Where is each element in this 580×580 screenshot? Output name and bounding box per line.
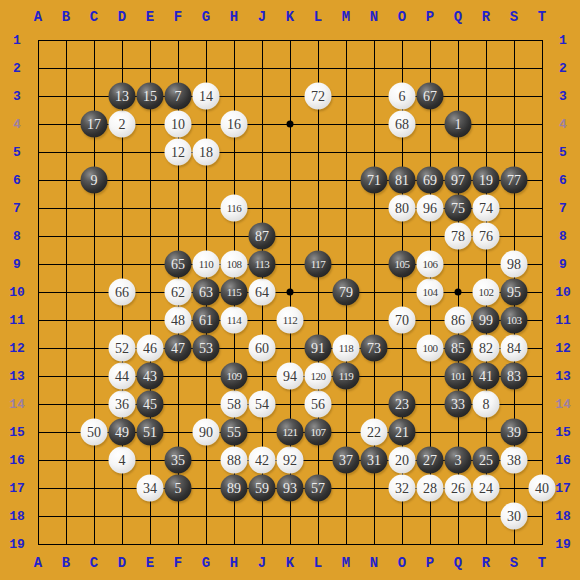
stone-black-101-Q13: 101 bbox=[445, 363, 472, 390]
stone-white-2-D4: 2 bbox=[109, 111, 136, 138]
stone-black-23-O14: 23 bbox=[389, 391, 416, 418]
col-label-bottom-P: P bbox=[426, 555, 434, 571]
stone-white-120-L13: 120 bbox=[305, 363, 332, 390]
stone-white-82-R12: 82 bbox=[473, 335, 500, 362]
row-label-right-12: 12 bbox=[555, 341, 571, 356]
col-label-top-L: L bbox=[314, 9, 322, 25]
row-label-right-14: 14 bbox=[555, 397, 571, 412]
col-label-top-R: R bbox=[482, 9, 490, 25]
stone-white-68-O4: 68 bbox=[389, 111, 416, 138]
stone-white-102-R10: 102 bbox=[473, 279, 500, 306]
col-label-bottom-E: E bbox=[146, 555, 154, 571]
stone-white-22-N15: 22 bbox=[361, 419, 388, 446]
row-label-left-9: 9 bbox=[13, 257, 21, 272]
row-label-left-6: 6 bbox=[13, 173, 21, 188]
stone-white-80-O7: 80 bbox=[389, 195, 416, 222]
stone-black-45-E14: 45 bbox=[137, 391, 164, 418]
stone-black-61-G11: 61 bbox=[193, 307, 220, 334]
go-board[interactable]: AABBCCDDEEFFGGHHJJKKLLMMNNOOPPQQRRSSTT11… bbox=[0, 0, 580, 580]
col-label-top-D: D bbox=[118, 9, 126, 25]
row-label-left-12: 12 bbox=[9, 341, 25, 356]
row-label-right-2: 2 bbox=[559, 61, 567, 76]
stone-white-32-O17: 32 bbox=[389, 475, 416, 502]
stone-black-79-M10: 79 bbox=[333, 279, 360, 306]
stone-black-69-P6: 69 bbox=[417, 167, 444, 194]
stone-white-116-H7: 116 bbox=[221, 195, 248, 222]
stone-white-56-L14: 56 bbox=[305, 391, 332, 418]
stone-white-90-G15: 90 bbox=[193, 419, 220, 446]
stone-black-25-R16: 25 bbox=[473, 447, 500, 474]
stone-black-99-R11: 99 bbox=[473, 307, 500, 334]
stone-black-71-N6: 71 bbox=[361, 167, 388, 194]
stone-white-66-D10: 66 bbox=[109, 279, 136, 306]
stone-white-106-P9: 106 bbox=[417, 251, 444, 278]
stone-black-103-S11: 103 bbox=[501, 307, 528, 334]
col-label-bottom-T: T bbox=[538, 555, 546, 571]
stone-black-97-Q6: 97 bbox=[445, 167, 472, 194]
stone-white-72-L3: 72 bbox=[305, 83, 332, 110]
stone-white-114-H11: 114 bbox=[221, 307, 248, 334]
stone-black-41-R13: 41 bbox=[473, 363, 500, 390]
stone-black-5-F17: 5 bbox=[165, 475, 192, 502]
stone-white-118-M12: 118 bbox=[333, 335, 360, 362]
stone-black-55-H15: 55 bbox=[221, 419, 248, 446]
stone-white-24-R17: 24 bbox=[473, 475, 500, 502]
stone-black-93-K17: 93 bbox=[277, 475, 304, 502]
stone-black-39-S15: 39 bbox=[501, 419, 528, 446]
stone-black-7-F3: 7 bbox=[165, 83, 192, 110]
col-label-bottom-O: O bbox=[398, 555, 406, 571]
row-label-right-13: 13 bbox=[555, 369, 571, 384]
stone-black-105-O9: 105 bbox=[389, 251, 416, 278]
stone-black-47-F12: 47 bbox=[165, 335, 192, 362]
col-label-top-C: C bbox=[90, 9, 98, 25]
col-label-bottom-J: J bbox=[258, 555, 266, 571]
stone-white-78-Q8: 78 bbox=[445, 223, 472, 250]
row-label-left-13: 13 bbox=[9, 369, 25, 384]
col-label-top-Q: Q bbox=[454, 9, 462, 25]
row-label-right-18: 18 bbox=[555, 509, 571, 524]
row-label-right-1: 1 bbox=[559, 33, 567, 48]
stone-black-31-N16: 31 bbox=[361, 447, 388, 474]
stone-black-115-H10: 115 bbox=[221, 279, 248, 306]
col-label-bottom-M: M bbox=[342, 555, 350, 571]
stone-black-119-M13: 119 bbox=[333, 363, 360, 390]
stone-black-15-E3: 15 bbox=[137, 83, 164, 110]
stone-white-18-G5: 18 bbox=[193, 139, 220, 166]
stone-black-87-J8: 87 bbox=[249, 223, 276, 250]
stone-black-83-S13: 83 bbox=[501, 363, 528, 390]
col-label-bottom-F: F bbox=[174, 555, 182, 571]
stone-white-88-H16: 88 bbox=[221, 447, 248, 474]
stone-black-51-E15: 51 bbox=[137, 419, 164, 446]
stone-white-100-P12: 100 bbox=[417, 335, 444, 362]
col-label-top-F: F bbox=[174, 9, 182, 25]
stone-black-89-H17: 89 bbox=[221, 475, 248, 502]
col-label-bottom-C: C bbox=[90, 555, 98, 571]
star-point-K4 bbox=[287, 121, 294, 128]
row-label-right-19: 19 bbox=[555, 537, 571, 552]
stone-white-6-O3: 6 bbox=[389, 83, 416, 110]
row-label-right-11: 11 bbox=[555, 313, 571, 328]
col-label-bottom-D: D bbox=[118, 555, 126, 571]
row-label-right-17: 17 bbox=[555, 481, 571, 496]
row-label-right-5: 5 bbox=[559, 145, 567, 160]
col-label-top-E: E bbox=[146, 9, 154, 25]
row-label-left-19: 19 bbox=[9, 537, 25, 552]
stone-white-84-S12: 84 bbox=[501, 335, 528, 362]
col-label-bottom-R: R bbox=[482, 555, 490, 571]
col-label-top-O: O bbox=[398, 9, 406, 25]
col-label-top-B: B bbox=[62, 9, 70, 25]
col-label-bottom-B: B bbox=[62, 555, 70, 571]
col-label-top-J: J bbox=[258, 9, 266, 25]
col-label-bottom-K: K bbox=[286, 555, 294, 571]
stone-black-57-L17: 57 bbox=[305, 475, 332, 502]
stone-white-104-P10: 104 bbox=[417, 279, 444, 306]
row-label-right-8: 8 bbox=[559, 229, 567, 244]
col-label-top-H: H bbox=[230, 9, 238, 25]
stone-black-109-H13: 109 bbox=[221, 363, 248, 390]
stone-white-42-J16: 42 bbox=[249, 447, 276, 474]
stone-white-38-S16: 38 bbox=[501, 447, 528, 474]
row-label-right-6: 6 bbox=[559, 173, 567, 188]
stone-black-85-Q12: 85 bbox=[445, 335, 472, 362]
stone-black-13-D3: 13 bbox=[109, 83, 136, 110]
stone-black-73-N12: 73 bbox=[361, 335, 388, 362]
col-label-bottom-G: G bbox=[202, 555, 210, 571]
stone-white-94-K13: 94 bbox=[277, 363, 304, 390]
col-label-bottom-N: N bbox=[370, 555, 378, 571]
row-label-left-16: 16 bbox=[9, 453, 25, 468]
stone-white-12-F5: 12 bbox=[165, 139, 192, 166]
stone-white-20-O16: 20 bbox=[389, 447, 416, 474]
stone-black-63-G10: 63 bbox=[193, 279, 220, 306]
stone-white-50-C15: 50 bbox=[81, 419, 108, 446]
stone-white-44-D13: 44 bbox=[109, 363, 136, 390]
stone-white-4-D16: 4 bbox=[109, 447, 136, 474]
stone-black-77-S6: 77 bbox=[501, 167, 528, 194]
row-label-right-7: 7 bbox=[559, 201, 567, 216]
stone-white-112-K11: 112 bbox=[277, 307, 304, 334]
col-label-top-S: S bbox=[510, 9, 518, 25]
stone-white-76-R8: 76 bbox=[473, 223, 500, 250]
col-label-bottom-Q: Q bbox=[454, 555, 462, 571]
stone-white-86-Q11: 86 bbox=[445, 307, 472, 334]
row-label-left-14: 14 bbox=[9, 397, 25, 412]
stone-white-48-F11: 48 bbox=[165, 307, 192, 334]
stone-black-113-J9: 113 bbox=[249, 251, 276, 278]
stone-white-8-R14: 8 bbox=[473, 391, 500, 418]
col-label-bottom-L: L bbox=[314, 555, 322, 571]
col-label-top-A: A bbox=[34, 9, 42, 25]
stone-black-1-Q4: 1 bbox=[445, 111, 472, 138]
stone-black-91-L12: 91 bbox=[305, 335, 332, 362]
stone-black-117-L9: 117 bbox=[305, 251, 332, 278]
stone-white-110-G9: 110 bbox=[193, 251, 220, 278]
row-label-left-3: 3 bbox=[13, 89, 21, 104]
stone-black-81-O6: 81 bbox=[389, 167, 416, 194]
stone-black-33-Q14: 33 bbox=[445, 391, 472, 418]
stone-black-95-S10: 95 bbox=[501, 279, 528, 306]
stone-white-96-P7: 96 bbox=[417, 195, 444, 222]
row-label-left-8: 8 bbox=[13, 229, 21, 244]
stone-black-49-D15: 49 bbox=[109, 419, 136, 446]
stone-white-70-O11: 70 bbox=[389, 307, 416, 334]
col-label-bottom-H: H bbox=[230, 555, 238, 571]
stone-white-60-J12: 60 bbox=[249, 335, 276, 362]
stone-white-34-E17: 34 bbox=[137, 475, 164, 502]
row-label-right-3: 3 bbox=[559, 89, 567, 104]
stone-black-65-F9: 65 bbox=[165, 251, 192, 278]
row-label-left-4: 4 bbox=[13, 117, 21, 132]
stone-white-36-D14: 36 bbox=[109, 391, 136, 418]
col-label-top-K: K bbox=[286, 9, 294, 25]
row-label-left-10: 10 bbox=[9, 285, 25, 300]
row-label-right-16: 16 bbox=[555, 453, 571, 468]
stone-black-37-M16: 37 bbox=[333, 447, 360, 474]
stone-white-52-D12: 52 bbox=[109, 335, 136, 362]
stone-black-19-R6: 19 bbox=[473, 167, 500, 194]
row-label-right-4: 4 bbox=[559, 117, 567, 132]
col-label-top-N: N bbox=[370, 9, 378, 25]
stone-white-98-S9: 98 bbox=[501, 251, 528, 278]
star-point-Q10 bbox=[455, 289, 462, 296]
row-label-left-18: 18 bbox=[9, 509, 25, 524]
stone-black-59-J17: 59 bbox=[249, 475, 276, 502]
col-label-bottom-S: S bbox=[510, 555, 518, 571]
stone-white-64-J10: 64 bbox=[249, 279, 276, 306]
stone-white-16-H4: 16 bbox=[221, 111, 248, 138]
stone-white-26-Q17: 26 bbox=[445, 475, 472, 502]
stone-black-17-C4: 17 bbox=[81, 111, 108, 138]
row-label-left-2: 2 bbox=[13, 61, 21, 76]
stone-black-107-L15: 107 bbox=[305, 419, 332, 446]
stone-white-74-R7: 74 bbox=[473, 195, 500, 222]
stone-white-108-H9: 108 bbox=[221, 251, 248, 278]
stone-black-35-F16: 35 bbox=[165, 447, 192, 474]
stone-black-121-K15: 121 bbox=[277, 419, 304, 446]
row-label-left-11: 11 bbox=[9, 313, 25, 328]
stone-black-27-P16: 27 bbox=[417, 447, 444, 474]
col-label-top-G: G bbox=[202, 9, 210, 25]
row-label-right-10: 10 bbox=[555, 285, 571, 300]
stone-black-3-Q16: 3 bbox=[445, 447, 472, 474]
stone-white-40-T17: 40 bbox=[529, 475, 556, 502]
row-label-left-17: 17 bbox=[9, 481, 25, 496]
col-label-top-P: P bbox=[426, 9, 434, 25]
stone-white-14-G3: 14 bbox=[193, 83, 220, 110]
stone-white-54-J14: 54 bbox=[249, 391, 276, 418]
stone-black-53-G12: 53 bbox=[193, 335, 220, 362]
row-label-left-7: 7 bbox=[13, 201, 21, 216]
stone-white-92-K16: 92 bbox=[277, 447, 304, 474]
stone-black-21-O15: 21 bbox=[389, 419, 416, 446]
star-point-K10 bbox=[287, 289, 294, 296]
row-label-left-15: 15 bbox=[9, 425, 25, 440]
row-label-left-1: 1 bbox=[13, 33, 21, 48]
stone-white-58-H14: 58 bbox=[221, 391, 248, 418]
stone-white-10-F4: 10 bbox=[165, 111, 192, 138]
stone-white-62-F10: 62 bbox=[165, 279, 192, 306]
stone-white-28-P17: 28 bbox=[417, 475, 444, 502]
row-label-right-15: 15 bbox=[555, 425, 571, 440]
stone-white-30-S18: 30 bbox=[501, 503, 528, 530]
stone-black-75-Q7: 75 bbox=[445, 195, 472, 222]
col-label-bottom-A: A bbox=[34, 555, 42, 571]
stone-white-46-E12: 46 bbox=[137, 335, 164, 362]
stone-black-43-E13: 43 bbox=[137, 363, 164, 390]
stone-black-67-P3: 67 bbox=[417, 83, 444, 110]
row-label-left-5: 5 bbox=[13, 145, 21, 160]
col-label-top-M: M bbox=[342, 9, 350, 25]
row-label-right-9: 9 bbox=[559, 257, 567, 272]
col-label-top-T: T bbox=[538, 9, 546, 25]
stone-black-9-C6: 9 bbox=[81, 167, 108, 194]
